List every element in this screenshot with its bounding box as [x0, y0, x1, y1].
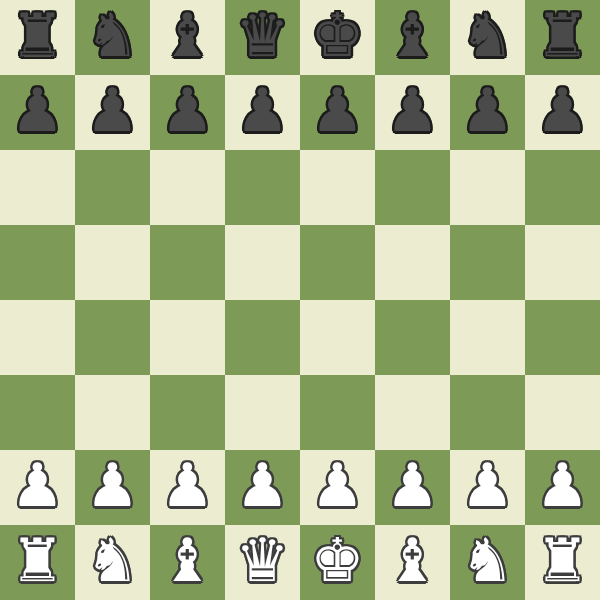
piece-white-pawn[interactable]: ♟ — [311, 450, 365, 523]
square-h2[interactable]: ♟ — [525, 450, 600, 525]
piece-black-queen[interactable]: ♛ — [236, 0, 290, 73]
square-b2[interactable]: ♟ — [75, 450, 150, 525]
square-h7[interactable]: ♟ — [525, 75, 600, 150]
square-b5[interactable] — [75, 225, 150, 300]
square-a3[interactable] — [0, 375, 75, 450]
square-c4[interactable] — [150, 300, 225, 375]
square-b4[interactable] — [75, 300, 150, 375]
piece-black-pawn[interactable]: ♟ — [536, 75, 590, 148]
square-f8[interactable]: ♝ — [375, 0, 450, 75]
square-e4[interactable] — [300, 300, 375, 375]
square-g2[interactable]: ♟ — [450, 450, 525, 525]
piece-white-pawn[interactable]: ♟ — [236, 450, 290, 523]
square-d8[interactable]: ♛ — [225, 0, 300, 75]
square-c1[interactable]: ♝ — [150, 525, 225, 600]
square-e1[interactable]: ♚ — [300, 525, 375, 600]
square-h6[interactable] — [525, 150, 600, 225]
square-f2[interactable]: ♟ — [375, 450, 450, 525]
square-c6[interactable] — [150, 150, 225, 225]
chess-board: ♜♞♝♛♚♝♞♜♟♟♟♟♟♟♟♟♟♟♟♟♟♟♟♟♜♞♝♛♚♝♞♜ — [0, 0, 600, 600]
square-a6[interactable] — [0, 150, 75, 225]
piece-white-pawn[interactable]: ♟ — [461, 450, 515, 523]
piece-white-pawn[interactable]: ♟ — [161, 450, 215, 523]
square-a5[interactable] — [0, 225, 75, 300]
square-d2[interactable]: ♟ — [225, 450, 300, 525]
piece-white-queen[interactable]: ♛ — [236, 525, 290, 598]
square-f7[interactable]: ♟ — [375, 75, 450, 150]
square-h8[interactable]: ♜ — [525, 0, 600, 75]
piece-white-pawn[interactable]: ♟ — [11, 450, 65, 523]
piece-white-bishop[interactable]: ♝ — [386, 525, 440, 598]
square-d3[interactable] — [225, 375, 300, 450]
square-f4[interactable] — [375, 300, 450, 375]
square-c8[interactable]: ♝ — [150, 0, 225, 75]
square-g8[interactable]: ♞ — [450, 0, 525, 75]
piece-white-rook[interactable]: ♜ — [11, 525, 65, 598]
piece-black-bishop[interactable]: ♝ — [386, 0, 440, 73]
square-a4[interactable] — [0, 300, 75, 375]
square-e2[interactable]: ♟ — [300, 450, 375, 525]
piece-black-knight[interactable]: ♞ — [86, 0, 140, 73]
square-c2[interactable]: ♟ — [150, 450, 225, 525]
piece-black-knight[interactable]: ♞ — [461, 0, 515, 73]
square-c7[interactable]: ♟ — [150, 75, 225, 150]
square-d5[interactable] — [225, 225, 300, 300]
piece-black-pawn[interactable]: ♟ — [11, 75, 65, 148]
piece-white-bishop[interactable]: ♝ — [161, 525, 215, 598]
square-a7[interactable]: ♟ — [0, 75, 75, 150]
square-f1[interactable]: ♝ — [375, 525, 450, 600]
piece-black-pawn[interactable]: ♟ — [386, 75, 440, 148]
square-b3[interactable] — [75, 375, 150, 450]
square-b6[interactable] — [75, 150, 150, 225]
square-b8[interactable]: ♞ — [75, 0, 150, 75]
square-f6[interactable] — [375, 150, 450, 225]
square-a8[interactable]: ♜ — [0, 0, 75, 75]
square-h5[interactable] — [525, 225, 600, 300]
square-b1[interactable]: ♞ — [75, 525, 150, 600]
square-h1[interactable]: ♜ — [525, 525, 600, 600]
piece-black-pawn[interactable]: ♟ — [311, 75, 365, 148]
piece-white-knight[interactable]: ♞ — [461, 525, 515, 598]
piece-black-king[interactable]: ♚ — [311, 0, 365, 73]
square-d6[interactable] — [225, 150, 300, 225]
square-g5[interactable] — [450, 225, 525, 300]
square-h3[interactable] — [525, 375, 600, 450]
piece-white-pawn[interactable]: ♟ — [86, 450, 140, 523]
square-e8[interactable]: ♚ — [300, 0, 375, 75]
piece-black-pawn[interactable]: ♟ — [461, 75, 515, 148]
square-g6[interactable] — [450, 150, 525, 225]
piece-white-knight[interactable]: ♞ — [86, 525, 140, 598]
piece-black-pawn[interactable]: ♟ — [236, 75, 290, 148]
square-g7[interactable]: ♟ — [450, 75, 525, 150]
square-c5[interactable] — [150, 225, 225, 300]
square-e5[interactable] — [300, 225, 375, 300]
square-h4[interactable] — [525, 300, 600, 375]
piece-white-rook[interactable]: ♜ — [536, 525, 590, 598]
square-e6[interactable] — [300, 150, 375, 225]
square-b7[interactable]: ♟ — [75, 75, 150, 150]
square-g3[interactable] — [450, 375, 525, 450]
square-d1[interactable]: ♛ — [225, 525, 300, 600]
square-e3[interactable] — [300, 375, 375, 450]
square-g1[interactable]: ♞ — [450, 525, 525, 600]
square-a2[interactable]: ♟ — [0, 450, 75, 525]
piece-black-rook[interactable]: ♜ — [536, 0, 590, 73]
square-g4[interactable] — [450, 300, 525, 375]
piece-white-pawn[interactable]: ♟ — [386, 450, 440, 523]
square-a1[interactable]: ♜ — [0, 525, 75, 600]
piece-black-pawn[interactable]: ♟ — [161, 75, 215, 148]
square-d4[interactable] — [225, 300, 300, 375]
square-f3[interactable] — [375, 375, 450, 450]
piece-white-pawn[interactable]: ♟ — [536, 450, 590, 523]
square-e7[interactable]: ♟ — [300, 75, 375, 150]
square-c3[interactable] — [150, 375, 225, 450]
piece-black-pawn[interactable]: ♟ — [86, 75, 140, 148]
square-d7[interactable]: ♟ — [225, 75, 300, 150]
square-f5[interactable] — [375, 225, 450, 300]
piece-black-bishop[interactable]: ♝ — [161, 0, 215, 73]
piece-black-rook[interactable]: ♜ — [11, 0, 65, 73]
piece-white-king[interactable]: ♚ — [311, 525, 365, 598]
